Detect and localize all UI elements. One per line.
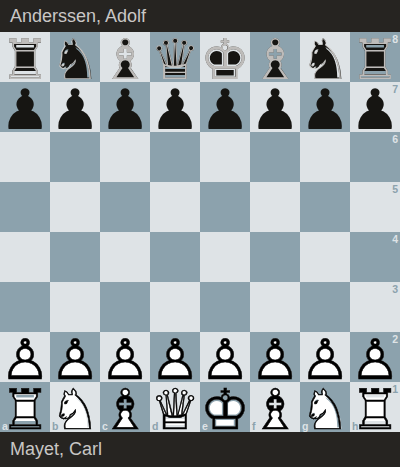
- piece-glyph-fill: ♟: [200, 82, 250, 138]
- black-king[interactable]: ♚♔: [200, 32, 250, 82]
- square-e5[interactable]: [200, 182, 250, 232]
- square-c2[interactable]: ♟♙: [100, 332, 150, 382]
- square-h4[interactable]: 4: [350, 232, 400, 282]
- square-g5[interactable]: [300, 182, 350, 232]
- square-f4[interactable]: [250, 232, 300, 282]
- white-pawn[interactable]: ♟♙: [50, 332, 100, 382]
- black-knight[interactable]: ♞♘: [300, 32, 350, 82]
- black-queen[interactable]: ♛♕: [150, 32, 200, 82]
- square-h7[interactable]: ♟♙7: [350, 82, 400, 132]
- chess-board: ♜♖♞♘♝♗♛♕♚♔♝♗♞♘♜♖8♟♙♟♙♟♙♟♙♟♙♟♙♟♙♟♙76543♟♙…: [0, 32, 400, 432]
- square-e1[interactable]: ♚♔e: [200, 382, 250, 432]
- piece-glyph-line: ♗: [250, 382, 300, 438]
- square-e4[interactable]: [200, 232, 250, 282]
- piece-glyph-fill: ♟: [250, 82, 300, 138]
- square-f3[interactable]: [250, 282, 300, 332]
- square-f1[interactable]: ♝♗f: [250, 382, 300, 432]
- square-b4[interactable]: [50, 232, 100, 282]
- white-pawn[interactable]: ♟♙: [150, 332, 200, 382]
- black-rook[interactable]: ♜♖: [0, 32, 50, 82]
- player-name-bottom[interactable]: Mayet, Carl: [10, 439, 102, 460]
- square-d5[interactable]: [150, 182, 200, 232]
- square-c1[interactable]: ♝♗c: [100, 382, 150, 432]
- square-c8[interactable]: ♝♗: [100, 32, 150, 82]
- square-g6[interactable]: [300, 132, 350, 182]
- white-rook[interactable]: ♜♖: [0, 382, 50, 432]
- square-d2[interactable]: ♟♙: [150, 332, 200, 382]
- piece-glyph-fill: ♟: [50, 82, 100, 138]
- square-c5[interactable]: [100, 182, 150, 232]
- white-pawn[interactable]: ♟♙: [0, 332, 50, 382]
- square-d4[interactable]: [150, 232, 200, 282]
- piece-glyph-fill: ♟: [350, 82, 400, 138]
- square-g7[interactable]: ♟♙: [300, 82, 350, 132]
- square-f6[interactable]: [250, 132, 300, 182]
- black-pawn[interactable]: ♟♙: [250, 82, 300, 132]
- square-g1[interactable]: ♞♘g: [300, 382, 350, 432]
- square-a6[interactable]: [0, 132, 50, 182]
- square-b8[interactable]: ♞♘: [50, 32, 100, 82]
- piece-glyph-line: ♘: [50, 382, 100, 438]
- square-a2[interactable]: ♟♙: [0, 332, 50, 382]
- square-e2[interactable]: ♟♙: [200, 332, 250, 382]
- square-b6[interactable]: [50, 132, 100, 182]
- white-knight[interactable]: ♞♘: [300, 382, 350, 432]
- square-g3[interactable]: [300, 282, 350, 332]
- player-name-top[interactable]: Anderssen, Adolf: [10, 6, 146, 27]
- black-knight[interactable]: ♞♘: [50, 32, 100, 82]
- square-b3[interactable]: [50, 282, 100, 332]
- white-queen[interactable]: ♛♕: [150, 382, 200, 432]
- piece-glyph-fill: ♟: [0, 82, 50, 138]
- piece-glyph-fill: ♟: [150, 82, 200, 138]
- white-bishop[interactable]: ♝♗: [100, 382, 150, 432]
- black-pawn[interactable]: ♟♙: [200, 82, 250, 132]
- square-h5[interactable]: 5: [350, 182, 400, 232]
- square-d7[interactable]: ♟♙: [150, 82, 200, 132]
- square-g4[interactable]: [300, 232, 350, 282]
- square-f2[interactable]: ♟♙: [250, 332, 300, 382]
- black-pawn[interactable]: ♟♙: [350, 82, 400, 132]
- black-pawn[interactable]: ♟♙: [50, 82, 100, 132]
- square-b5[interactable]: [50, 182, 100, 232]
- piece-glyph-line: ♕: [150, 382, 200, 438]
- white-pawn[interactable]: ♟♙: [250, 332, 300, 382]
- black-pawn[interactable]: ♟♙: [300, 82, 350, 132]
- piece-glyph-line: ♗: [100, 382, 150, 438]
- square-b7[interactable]: ♟♙: [50, 82, 100, 132]
- square-e6[interactable]: [200, 132, 250, 182]
- square-a7[interactable]: ♟♙: [0, 82, 50, 132]
- square-c4[interactable]: [100, 232, 150, 282]
- rank-label-4: 4: [392, 234, 398, 245]
- square-h8[interactable]: ♜♖8: [350, 32, 400, 82]
- square-g8[interactable]: ♞♘: [300, 32, 350, 82]
- rank-label-6: 6: [392, 134, 398, 145]
- square-f7[interactable]: ♟♙: [250, 82, 300, 132]
- white-rook[interactable]: ♜♖: [350, 382, 400, 432]
- square-d1[interactable]: ♛♕d: [150, 382, 200, 432]
- black-bishop[interactable]: ♝♗: [100, 32, 150, 82]
- square-h1[interactable]: ♜♖1h: [350, 382, 400, 432]
- square-g2[interactable]: ♟♙: [300, 332, 350, 382]
- square-e7[interactable]: ♟♙: [200, 82, 250, 132]
- square-h6[interactable]: 6: [350, 132, 400, 182]
- square-a4[interactable]: [0, 232, 50, 282]
- piece-glyph-fill: ♟: [300, 82, 350, 138]
- piece-glyph-fill: ♟: [100, 82, 150, 138]
- black-rook[interactable]: ♜♖: [350, 32, 400, 82]
- white-pawn[interactable]: ♟♙: [350, 332, 400, 382]
- black-pawn[interactable]: ♟♙: [100, 82, 150, 132]
- rank-label-5: 5: [392, 184, 398, 195]
- square-d6[interactable]: [150, 132, 200, 182]
- square-d8[interactable]: ♛♕: [150, 32, 200, 82]
- white-pawn[interactable]: ♟♙: [100, 332, 150, 382]
- square-h2[interactable]: ♟♙2: [350, 332, 400, 382]
- square-a1[interactable]: ♜♖a: [0, 382, 50, 432]
- black-pawn[interactable]: ♟♙: [150, 82, 200, 132]
- square-e3[interactable]: [200, 282, 250, 332]
- square-f8[interactable]: ♝♗: [250, 32, 300, 82]
- rank-label-3: 3: [392, 284, 398, 295]
- black-bishop[interactable]: ♝♗: [250, 32, 300, 82]
- square-b1[interactable]: ♞♘b: [50, 382, 100, 432]
- square-a3[interactable]: [0, 282, 50, 332]
- square-c3[interactable]: [100, 282, 150, 332]
- white-pawn[interactable]: ♟♙: [200, 332, 250, 382]
- white-knight[interactable]: ♞♘: [50, 382, 100, 432]
- piece-glyph-line: ♔: [200, 382, 250, 438]
- square-f5[interactable]: [250, 182, 300, 232]
- square-e8[interactable]: ♚♔: [200, 32, 250, 82]
- square-a5[interactable]: [0, 182, 50, 232]
- piece-glyph-line: ♘: [300, 382, 350, 438]
- white-pawn[interactable]: ♟♙: [300, 332, 350, 382]
- black-pawn[interactable]: ♟♙: [0, 82, 50, 132]
- piece-glyph-line: ♖: [350, 382, 400, 438]
- square-a8[interactable]: ♜♖: [0, 32, 50, 82]
- white-king[interactable]: ♚♔: [200, 382, 250, 432]
- piece-glyph-line: ♖: [0, 382, 50, 438]
- square-c7[interactable]: ♟♙: [100, 82, 150, 132]
- square-b2[interactable]: ♟♙: [50, 332, 100, 382]
- square-c6[interactable]: [100, 132, 150, 182]
- square-h3[interactable]: 3: [350, 282, 400, 332]
- square-d3[interactable]: [150, 282, 200, 332]
- white-bishop[interactable]: ♝♗: [250, 382, 300, 432]
